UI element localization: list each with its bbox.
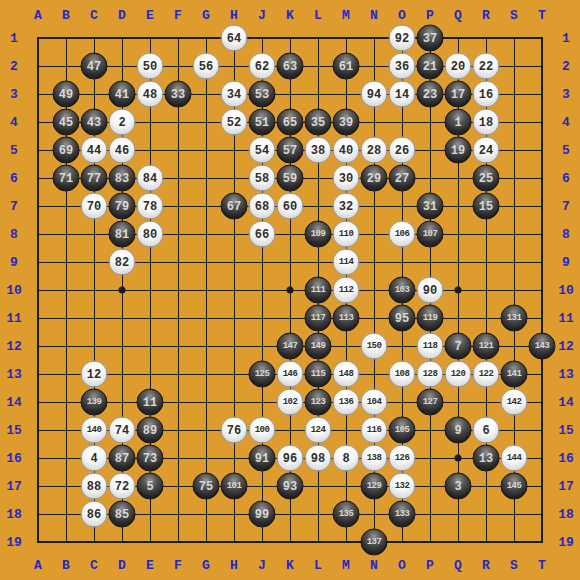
coord-label-col-E: E: [146, 559, 154, 572]
stone-black-85[interactable]: 85: [109, 501, 136, 528]
star-point: [287, 287, 294, 294]
stone-white-22[interactable]: 22: [473, 53, 500, 80]
stone-white-94[interactable]: 94: [361, 81, 388, 108]
coord-label-row-10: 10: [558, 284, 574, 297]
stone-black-69[interactable]: 69: [53, 137, 80, 164]
stone-white-148[interactable]: 148: [333, 361, 360, 388]
stone-white-26[interactable]: 26: [389, 137, 416, 164]
stone-black-95[interactable]: 95: [389, 305, 416, 332]
stone-white-106[interactable]: 106: [389, 221, 416, 248]
coord-label-row-18: 18: [6, 508, 22, 521]
stone-white-120[interactable]: 120: [445, 361, 472, 388]
coord-label-row-12: 12: [6, 340, 22, 353]
stone-white-90[interactable]: 90: [417, 277, 444, 304]
stone-black-57[interactable]: 57: [277, 137, 304, 164]
stone-white-122[interactable]: 122: [473, 361, 500, 388]
stone-white-92[interactable]: 92: [389, 25, 416, 52]
stone-white-138[interactable]: 138: [361, 445, 388, 472]
coord-label-col-O: O: [398, 9, 406, 22]
stone-white-104[interactable]: 104: [361, 389, 388, 416]
stone-white-126[interactable]: 126: [389, 445, 416, 472]
coord-label-col-B: B: [62, 9, 70, 22]
stone-black-123[interactable]: 123: [305, 389, 332, 416]
stone-black-17[interactable]: 17: [445, 81, 472, 108]
stone-black-79[interactable]: 79: [109, 193, 136, 220]
stone-white-88[interactable]: 88: [81, 473, 108, 500]
coord-label-row-9: 9: [10, 256, 18, 269]
coord-label-col-N: N: [370, 9, 378, 22]
coord-label-row-12: 12: [558, 340, 574, 353]
stone-black-43[interactable]: 43: [81, 109, 108, 136]
stone-white-24[interactable]: 24: [473, 137, 500, 164]
stone-black-121[interactable]: 121: [473, 333, 500, 360]
stone-black-1[interactable]: 1: [445, 109, 472, 136]
stone-black-63[interactable]: 63: [277, 53, 304, 80]
coord-label-row-10: 10: [6, 284, 22, 297]
stone-black-59[interactable]: 59: [277, 165, 304, 192]
stone-white-40[interactable]: 40: [333, 137, 360, 164]
coord-label-row-3: 3: [10, 88, 18, 101]
stone-black-105[interactable]: 105: [389, 417, 416, 444]
stone-black-109[interactable]: 109: [305, 221, 332, 248]
stone-white-140[interactable]: 140: [81, 417, 108, 444]
stone-black-107[interactable]: 107: [417, 221, 444, 248]
coord-label-row-5: 5: [562, 144, 570, 157]
stone-black-129[interactable]: 129: [361, 473, 388, 500]
stone-white-86[interactable]: 86: [81, 501, 108, 528]
stone-black-25[interactable]: 25: [473, 165, 500, 192]
stone-black-115[interactable]: 115: [305, 361, 332, 388]
coord-label-row-1: 1: [10, 32, 18, 45]
stone-white-136[interactable]: 136: [333, 389, 360, 416]
stone-white-28[interactable]: 28: [361, 137, 388, 164]
stone-white-60[interactable]: 60: [277, 193, 304, 220]
coord-label-row-14: 14: [558, 396, 574, 409]
stone-black-99[interactable]: 99: [249, 501, 276, 528]
stone-black-133[interactable]: 133: [389, 501, 416, 528]
stone-white-124[interactable]: 124: [305, 417, 332, 444]
stone-black-143[interactable]: 143: [529, 333, 556, 360]
stone-black-35[interactable]: 35: [305, 109, 332, 136]
coord-label-col-P: P: [426, 9, 434, 22]
coord-label-col-Q: Q: [454, 9, 462, 22]
coord-label-row-4: 4: [10, 116, 18, 129]
stone-white-54[interactable]: 54: [249, 137, 276, 164]
stone-black-15[interactable]: 15: [473, 193, 500, 220]
stone-white-50[interactable]: 50: [137, 53, 164, 80]
stone-black-61[interactable]: 61: [333, 53, 360, 80]
stone-black-89[interactable]: 89: [137, 417, 164, 444]
grid-line: [38, 318, 542, 319]
coord-label-col-Q: Q: [454, 559, 462, 572]
stone-black-77[interactable]: 77: [81, 165, 108, 192]
coord-label-col-K: K: [286, 9, 294, 22]
coord-label-row-14: 14: [6, 396, 22, 409]
coord-label-row-2: 2: [562, 60, 570, 73]
stone-white-112[interactable]: 112: [333, 277, 360, 304]
coord-label-row-13: 13: [6, 368, 22, 381]
coord-label-col-S: S: [510, 9, 518, 22]
stone-white-96[interactable]: 96: [277, 445, 304, 472]
coord-label-row-16: 16: [6, 452, 22, 465]
stone-black-87[interactable]: 87: [109, 445, 136, 472]
stone-black-9[interactable]: 9: [445, 417, 472, 444]
stone-black-49[interactable]: 49: [53, 81, 80, 108]
coord-label-row-18: 18: [558, 508, 574, 521]
stone-white-114[interactable]: 114: [333, 249, 360, 276]
stone-white-16[interactable]: 16: [473, 81, 500, 108]
stone-white-52[interactable]: 52: [221, 109, 248, 136]
stone-white-102[interactable]: 102: [277, 389, 304, 416]
stone-white-74[interactable]: 74: [109, 417, 136, 444]
stone-black-119[interactable]: 119: [417, 305, 444, 332]
stone-black-73[interactable]: 73: [137, 445, 164, 472]
stone-white-14[interactable]: 14: [389, 81, 416, 108]
stone-black-39[interactable]: 39: [333, 109, 360, 136]
coord-label-col-M: M: [342, 559, 350, 572]
stone-white-56[interactable]: 56: [193, 53, 220, 80]
coord-label-row-7: 7: [10, 200, 18, 213]
coord-label-row-6: 6: [10, 172, 18, 185]
coord-label-row-3: 3: [562, 88, 570, 101]
coord-label-row-11: 11: [558, 312, 574, 325]
stone-black-141[interactable]: 141: [501, 361, 528, 388]
stone-white-2[interactable]: 2: [109, 109, 136, 136]
coord-label-row-8: 8: [10, 228, 18, 241]
stone-black-127[interactable]: 127: [417, 389, 444, 416]
coord-label-col-R: R: [482, 559, 490, 572]
stone-white-58[interactable]: 58: [249, 165, 276, 192]
stone-white-4[interactable]: 4: [81, 445, 108, 472]
stone-white-110[interactable]: 110: [333, 221, 360, 248]
stone-white-108[interactable]: 108: [389, 361, 416, 388]
stone-black-21[interactable]: 21: [417, 53, 444, 80]
stone-black-103[interactable]: 103: [389, 277, 416, 304]
coord-label-col-T: T: [538, 559, 546, 572]
stone-black-51[interactable]: 51: [249, 109, 276, 136]
coord-label-row-15: 15: [558, 424, 574, 437]
stone-white-64[interactable]: 64: [221, 25, 248, 52]
stone-black-67[interactable]: 67: [221, 193, 248, 220]
stone-black-71[interactable]: 71: [53, 165, 80, 192]
stone-white-44[interactable]: 44: [81, 137, 108, 164]
stone-white-80[interactable]: 80: [137, 221, 164, 248]
coord-label-row-5: 5: [10, 144, 18, 157]
stone-white-144[interactable]: 144: [501, 445, 528, 472]
star-point: [455, 287, 462, 294]
stone-white-48[interactable]: 48: [137, 81, 164, 108]
stone-white-70[interactable]: 70: [81, 193, 108, 220]
stone-white-100[interactable]: 100: [249, 417, 276, 444]
stone-white-72[interactable]: 72: [109, 473, 136, 500]
coord-label-col-C: C: [90, 9, 98, 22]
coord-label-col-R: R: [482, 9, 490, 22]
stone-black-31[interactable]: 31: [417, 193, 444, 220]
coord-label-col-D: D: [118, 559, 126, 572]
stone-black-83[interactable]: 83: [109, 165, 136, 192]
stone-black-81[interactable]: 81: [109, 221, 136, 248]
stone-white-66[interactable]: 66: [249, 221, 276, 248]
stone-black-101[interactable]: 101: [221, 473, 248, 500]
stone-black-91[interactable]: 91: [249, 445, 276, 472]
coord-label-row-8: 8: [562, 228, 570, 241]
coord-label-row-2: 2: [10, 60, 18, 73]
stone-black-47[interactable]: 47: [81, 53, 108, 80]
stone-black-93[interactable]: 93: [277, 473, 304, 500]
stone-white-62[interactable]: 62: [249, 53, 276, 80]
coord-label-row-19: 19: [6, 536, 22, 549]
go-board[interactable]: AABBCCDDEEFFGGHHJJKKLLMMNNOOPPQQRRSSTT11…: [0, 0, 580, 580]
coord-label-row-9: 9: [562, 256, 570, 269]
coord-label-col-E: E: [146, 9, 154, 22]
stone-white-30[interactable]: 30: [333, 165, 360, 192]
stone-white-6[interactable]: 6: [473, 417, 500, 444]
stone-black-131[interactable]: 131: [501, 305, 528, 332]
coord-label-col-L: L: [314, 9, 322, 22]
stone-white-46[interactable]: 46: [109, 137, 136, 164]
stone-white-34[interactable]: 34: [221, 81, 248, 108]
stone-white-98[interactable]: 98: [305, 445, 332, 472]
stone-white-118[interactable]: 118: [417, 333, 444, 360]
star-point: [119, 287, 126, 294]
coord-label-col-A: A: [34, 559, 42, 572]
coord-label-col-C: C: [90, 559, 98, 572]
coord-label-row-7: 7: [562, 200, 570, 213]
coord-label-row-19: 19: [558, 536, 574, 549]
coord-label-row-15: 15: [6, 424, 22, 437]
coord-label-col-F: F: [174, 9, 182, 22]
stone-white-20[interactable]: 20: [445, 53, 472, 80]
stone-black-65[interactable]: 65: [277, 109, 304, 136]
stone-black-23[interactable]: 23: [417, 81, 444, 108]
coord-label-row-4: 4: [562, 116, 570, 129]
coord-label-row-17: 17: [6, 480, 22, 493]
stone-black-33[interactable]: 33: [165, 81, 192, 108]
coord-label-row-16: 16: [558, 452, 574, 465]
coord-label-col-L: L: [314, 559, 322, 572]
coord-label-col-J: J: [258, 9, 266, 22]
coord-label-col-S: S: [510, 559, 518, 572]
stone-white-82[interactable]: 82: [109, 249, 136, 276]
stone-black-3[interactable]: 3: [445, 473, 472, 500]
stone-black-113[interactable]: 113: [333, 305, 360, 332]
stone-white-76[interactable]: 76: [221, 417, 248, 444]
stone-white-116[interactable]: 116: [361, 417, 388, 444]
coord-label-row-1: 1: [562, 32, 570, 45]
stone-black-111[interactable]: 111: [305, 277, 332, 304]
coord-label-col-T: T: [538, 9, 546, 22]
coord-label-col-G: G: [202, 559, 210, 572]
coord-label-col-H: H: [230, 559, 238, 572]
stone-white-18[interactable]: 18: [473, 109, 500, 136]
coord-label-col-F: F: [174, 559, 182, 572]
coord-label-col-H: H: [230, 9, 238, 22]
stone-black-145[interactable]: 145: [501, 473, 528, 500]
stone-white-128[interactable]: 128: [417, 361, 444, 388]
stone-white-8[interactable]: 8: [333, 445, 360, 472]
stone-white-132[interactable]: 132: [389, 473, 416, 500]
coord-label-col-K: K: [286, 559, 294, 572]
stone-black-11[interactable]: 11: [137, 389, 164, 416]
stone-black-137[interactable]: 137: [361, 529, 388, 556]
stone-white-78[interactable]: 78: [137, 193, 164, 220]
stone-black-75[interactable]: 75: [193, 473, 220, 500]
coord-label-col-P: P: [426, 559, 434, 572]
stone-black-135[interactable]: 135: [333, 501, 360, 528]
stone-white-68[interactable]: 68: [249, 193, 276, 220]
stone-black-53[interactable]: 53: [249, 81, 276, 108]
stone-white-150[interactable]: 150: [361, 333, 388, 360]
stone-white-12[interactable]: 12: [81, 361, 108, 388]
stone-white-32[interactable]: 32: [333, 193, 360, 220]
coord-label-row-6: 6: [562, 172, 570, 185]
coord-label-row-17: 17: [558, 480, 574, 493]
coord-label-col-D: D: [118, 9, 126, 22]
star-point: [455, 455, 462, 462]
stone-white-38[interactable]: 38: [305, 137, 332, 164]
coord-label-col-O: O: [398, 559, 406, 572]
stone-black-45[interactable]: 45: [53, 109, 80, 136]
stone-black-149[interactable]: 149: [305, 333, 332, 360]
coord-label-col-A: A: [34, 9, 42, 22]
coord-label-col-B: B: [62, 559, 70, 572]
coord-label-row-11: 11: [6, 312, 22, 325]
stone-black-37[interactable]: 37: [417, 25, 444, 52]
stone-black-41[interactable]: 41: [109, 81, 136, 108]
stone-white-84[interactable]: 84: [137, 165, 164, 192]
coord-label-col-M: M: [342, 9, 350, 22]
stone-black-147[interactable]: 147: [277, 333, 304, 360]
stone-white-146[interactable]: 146: [277, 361, 304, 388]
coord-label-col-G: G: [202, 9, 210, 22]
stone-black-7[interactable]: 7: [445, 333, 472, 360]
stone-black-117[interactable]: 117: [305, 305, 332, 332]
stone-black-125[interactable]: 125: [249, 361, 276, 388]
coord-label-col-N: N: [370, 559, 378, 572]
stone-white-142[interactable]: 142: [501, 389, 528, 416]
stone-black-139[interactable]: 139: [81, 389, 108, 416]
coord-label-row-13: 13: [558, 368, 574, 381]
stone-black-5[interactable]: 5: [137, 473, 164, 500]
stone-black-19[interactable]: 19: [445, 137, 472, 164]
stone-black-13[interactable]: 13: [473, 445, 500, 472]
stone-white-36[interactable]: 36: [389, 53, 416, 80]
coord-label-col-J: J: [258, 559, 266, 572]
stone-black-27[interactable]: 27: [389, 165, 416, 192]
stone-black-29[interactable]: 29: [361, 165, 388, 192]
